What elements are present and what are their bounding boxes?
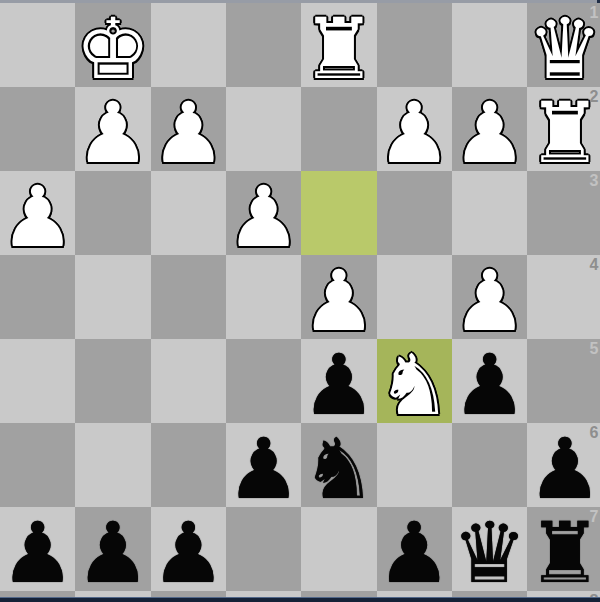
square-b7[interactable]: ♛ [452,507,527,591]
square-g5[interactable] [75,339,150,423]
black-pawn[interactable]: ♟ [377,511,452,595]
square-a7[interactable]: ♜7 [527,507,600,591]
window-bottom-edge [0,597,600,602]
rank-label-6: 6 [590,425,599,441]
square-a2[interactable]: ♜2 [527,87,600,171]
square-c4[interactable] [377,255,452,339]
square-d6[interactable]: ♞ [301,423,376,507]
square-f7[interactable]: ♟ [151,507,226,591]
square-f2[interactable]: ♟ [151,87,226,171]
square-b3[interactable] [452,171,527,255]
square-b4[interactable]: ♟ [452,255,527,339]
square-a4[interactable]: 4 [527,255,600,339]
square-e3[interactable]: ♟ [226,171,301,255]
square-c2[interactable]: ♟ [377,87,452,171]
square-e5[interactable] [226,339,301,423]
square-d3[interactable] [301,171,376,255]
square-a1[interactable]: ♛1 [527,3,600,87]
rank-label-1: 1 [590,5,599,21]
square-g7[interactable]: ♟ [75,507,150,591]
rank-label-3: 3 [590,173,599,189]
square-b6[interactable] [452,423,527,507]
white-rook[interactable]: ♜ [301,7,376,91]
white-king[interactable]: ♚ [75,7,150,91]
square-d5[interactable]: ♟ [301,339,376,423]
white-knight[interactable]: ♞ [377,343,452,427]
square-h6[interactable] [0,423,75,507]
square-e7[interactable] [226,507,301,591]
white-pawn[interactable]: ♟ [0,175,75,259]
square-b2[interactable]: ♟ [452,87,527,171]
white-pawn[interactable]: ♟ [452,259,527,343]
square-a5[interactable]: 5 [527,339,600,423]
white-pawn[interactable]: ♟ [151,91,226,175]
square-h7[interactable]: ♟ [0,507,75,591]
square-e1[interactable] [226,3,301,87]
square-g1[interactable]: ♚ [75,3,150,87]
black-pawn[interactable]: ♟ [452,343,527,427]
square-e4[interactable] [226,255,301,339]
square-e6[interactable]: ♟ [226,423,301,507]
app-frame: ♚♜♛1♟♟♟♟♜2♟♟3♟♟4♟♞♟5♟♞♟6♟♟♟♟♛♜7h♚gfedcb♜… [0,0,600,602]
square-g3[interactable] [75,171,150,255]
square-g4[interactable] [75,255,150,339]
square-g6[interactable] [75,423,150,507]
square-h1[interactable] [0,3,75,87]
chess-board: ♚♜♛1♟♟♟♟♜2♟♟3♟♟4♟♞♟5♟♞♟6♟♟♟♟♛♜7h♚gfedcb♜… [0,3,597,597]
black-pawn[interactable]: ♟ [0,511,75,595]
square-d2[interactable] [301,87,376,171]
square-g2[interactable]: ♟ [75,87,150,171]
rank-label-5: 5 [590,341,599,357]
square-e2[interactable] [226,87,301,171]
square-d4[interactable]: ♟ [301,255,376,339]
square-h3[interactable]: ♟ [0,171,75,255]
square-c5[interactable]: ♞ [377,339,452,423]
square-f5[interactable] [151,339,226,423]
square-f1[interactable] [151,3,226,87]
square-a3[interactable]: 3 [527,171,600,255]
rank-label-2: 2 [590,89,599,105]
black-queen[interactable]: ♛ [452,511,527,595]
square-c7[interactable]: ♟ [377,507,452,591]
square-f3[interactable] [151,171,226,255]
black-pawn[interactable]: ♟ [75,511,150,595]
rank-label-7: 7 [590,509,599,525]
square-c1[interactable] [377,3,452,87]
black-pawn[interactable]: ♟ [151,511,226,595]
white-pawn[interactable]: ♟ [377,91,452,175]
square-c3[interactable] [377,171,452,255]
black-knight[interactable]: ♞ [301,427,376,511]
white-pawn[interactable]: ♟ [301,259,376,343]
white-pawn[interactable]: ♟ [452,91,527,175]
square-f4[interactable] [151,255,226,339]
square-b5[interactable]: ♟ [452,339,527,423]
square-h2[interactable] [0,87,75,171]
square-d1[interactable]: ♜ [301,3,376,87]
black-pawn[interactable]: ♟ [226,427,301,511]
white-pawn[interactable]: ♟ [75,91,150,175]
square-b1[interactable] [452,3,527,87]
square-c6[interactable] [377,423,452,507]
rank-label-4: 4 [590,257,599,273]
black-pawn[interactable]: ♟ [301,343,376,427]
square-h4[interactable] [0,255,75,339]
square-a6[interactable]: ♟6 [527,423,600,507]
square-d7[interactable] [301,507,376,591]
white-pawn[interactable]: ♟ [226,175,301,259]
square-h5[interactable] [0,339,75,423]
square-f6[interactable] [151,423,226,507]
